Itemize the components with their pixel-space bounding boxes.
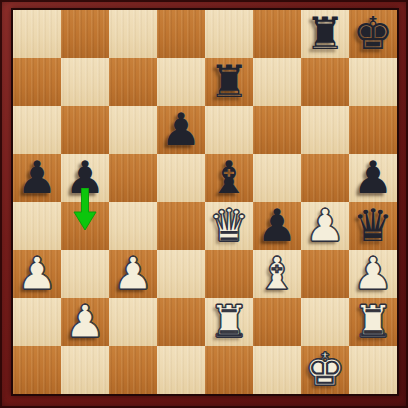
square-c8[interactable] xyxy=(109,10,157,58)
square-e2[interactable]: ♜ xyxy=(205,298,253,346)
square-c1[interactable] xyxy=(109,346,157,394)
square-e7[interactable]: ♜ xyxy=(205,58,253,106)
square-a7[interactable] xyxy=(13,58,61,106)
square-h8[interactable]: ♚ xyxy=(349,10,397,58)
piece-white-pawn-g4[interactable]: ♟ xyxy=(301,202,349,250)
square-b8[interactable] xyxy=(61,10,109,58)
square-e6[interactable] xyxy=(205,106,253,154)
piece-black-bishop-e5[interactable]: ♝ xyxy=(205,154,253,202)
piece-white-rook-h2[interactable]: ♜ xyxy=(349,298,397,346)
square-b6[interactable] xyxy=(61,106,109,154)
square-c2[interactable] xyxy=(109,298,157,346)
square-g4[interactable]: ♟ xyxy=(301,202,349,250)
square-c6[interactable] xyxy=(109,106,157,154)
piece-black-king-h8[interactable]: ♚ xyxy=(349,10,397,58)
square-f5[interactable] xyxy=(253,154,301,202)
square-a1[interactable] xyxy=(13,346,61,394)
square-f1[interactable] xyxy=(253,346,301,394)
square-b1[interactable] xyxy=(61,346,109,394)
chess-app-window: ♜♚♜♟♟♟♝♟♛♟♟♛♟♟♝♟♟♜♜♚ xyxy=(0,0,408,408)
square-d1[interactable] xyxy=(157,346,205,394)
square-h1[interactable] xyxy=(349,346,397,394)
square-a6[interactable] xyxy=(13,106,61,154)
square-d4[interactable] xyxy=(157,202,205,250)
square-c5[interactable] xyxy=(109,154,157,202)
square-a8[interactable] xyxy=(13,10,61,58)
square-h7[interactable] xyxy=(349,58,397,106)
square-d8[interactable] xyxy=(157,10,205,58)
square-f8[interactable] xyxy=(253,10,301,58)
square-e5[interactable]: ♝ xyxy=(205,154,253,202)
square-g1[interactable]: ♚ xyxy=(301,346,349,394)
piece-white-pawn-b2[interactable]: ♟ xyxy=(61,298,109,346)
square-a2[interactable] xyxy=(13,298,61,346)
piece-black-pawn-b5[interactable]: ♟ xyxy=(61,154,109,202)
square-g2[interactable] xyxy=(301,298,349,346)
square-f3[interactable]: ♝ xyxy=(253,250,301,298)
square-h2[interactable]: ♜ xyxy=(349,298,397,346)
square-d6[interactable]: ♟ xyxy=(157,106,205,154)
square-b3[interactable] xyxy=(61,250,109,298)
square-c3[interactable]: ♟ xyxy=(109,250,157,298)
piece-black-pawn-a5[interactable]: ♟ xyxy=(13,154,61,202)
square-g7[interactable] xyxy=(301,58,349,106)
square-a4[interactable] xyxy=(13,202,61,250)
piece-black-rook-e7[interactable]: ♜ xyxy=(205,58,253,106)
piece-white-pawn-c3[interactable]: ♟ xyxy=(109,250,157,298)
square-d7[interactable] xyxy=(157,58,205,106)
chess-board: ♜♚♜♟♟♟♝♟♛♟♟♛♟♟♝♟♟♜♜♚ xyxy=(11,8,399,396)
piece-white-bishop-f3[interactable]: ♝ xyxy=(253,250,301,298)
square-d2[interactable] xyxy=(157,298,205,346)
piece-black-pawn-f4[interactable]: ♟ xyxy=(253,202,301,250)
square-h3[interactable]: ♟ xyxy=(349,250,397,298)
piece-black-pawn-d6[interactable]: ♟ xyxy=(157,106,205,154)
square-f6[interactable] xyxy=(253,106,301,154)
square-g3[interactable] xyxy=(301,250,349,298)
piece-white-rook-e2[interactable]: ♜ xyxy=(205,298,253,346)
square-b4[interactable] xyxy=(61,202,109,250)
piece-white-queen-e4[interactable]: ♛ xyxy=(205,202,253,250)
square-g6[interactable] xyxy=(301,106,349,154)
piece-black-queen-h4[interactable]: ♛ xyxy=(349,202,397,250)
square-h6[interactable] xyxy=(349,106,397,154)
piece-black-rook-g8[interactable]: ♜ xyxy=(301,10,349,58)
square-e8[interactable] xyxy=(205,10,253,58)
square-f4[interactable]: ♟ xyxy=(253,202,301,250)
square-a3[interactable]: ♟ xyxy=(13,250,61,298)
square-e1[interactable] xyxy=(205,346,253,394)
square-d3[interactable] xyxy=(157,250,205,298)
square-f7[interactable] xyxy=(253,58,301,106)
square-h5[interactable]: ♟ xyxy=(349,154,397,202)
square-b7[interactable] xyxy=(61,58,109,106)
square-d5[interactable] xyxy=(157,154,205,202)
square-c4[interactable] xyxy=(109,202,157,250)
square-a5[interactable]: ♟ xyxy=(13,154,61,202)
square-g5[interactable] xyxy=(301,154,349,202)
square-c7[interactable] xyxy=(109,58,157,106)
square-h4[interactable]: ♛ xyxy=(349,202,397,250)
square-e4[interactable]: ♛ xyxy=(205,202,253,250)
square-e3[interactable] xyxy=(205,250,253,298)
piece-black-pawn-h5[interactable]: ♟ xyxy=(349,154,397,202)
piece-white-king-g1[interactable]: ♚ xyxy=(301,346,349,394)
piece-white-pawn-h3[interactable]: ♟ xyxy=(349,250,397,298)
square-b2[interactable]: ♟ xyxy=(61,298,109,346)
square-g8[interactable]: ♜ xyxy=(301,10,349,58)
square-b5[interactable]: ♟ xyxy=(61,154,109,202)
piece-white-pawn-a3[interactable]: ♟ xyxy=(13,250,61,298)
square-f2[interactable] xyxy=(253,298,301,346)
